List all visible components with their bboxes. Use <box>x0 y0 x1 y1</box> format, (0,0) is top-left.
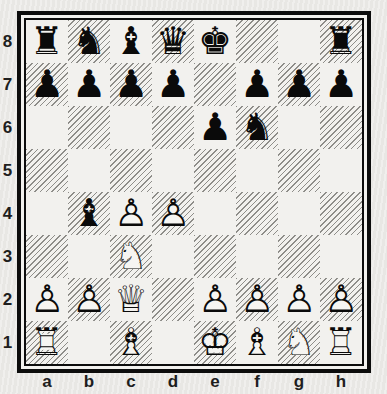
piece-black-queen: ♛ <box>156 20 190 63</box>
square-g1: ♞♘ <box>278 321 320 364</box>
piece-black-bishop: ♝ <box>72 192 106 235</box>
square-a7: ♟ <box>26 63 68 106</box>
piece-black-king: ♚ <box>198 20 232 63</box>
piece-white-pawn: ♟♙ <box>156 192 190 235</box>
piece-white-rook: ♜♖ <box>30 321 64 364</box>
piece-black-knight: ♞ <box>72 20 106 63</box>
square-a3 <box>26 235 68 278</box>
rank-label-6: 6 <box>0 106 15 149</box>
piece-white-pawn: ♟♙ <box>30 278 64 321</box>
piece-outline-glyph: ♔ <box>198 320 232 364</box>
square-h5 <box>320 149 362 192</box>
piece-black-bishop: ♝ <box>114 20 148 63</box>
square-f7: ♟ <box>236 63 278 106</box>
square-c4: ♟♙ <box>110 192 152 235</box>
rank-label-5: 5 <box>0 149 15 192</box>
file-label-b: b <box>68 371 110 393</box>
piece-black-pawn: ♟ <box>324 63 358 106</box>
piece-white-rook: ♜♖ <box>324 321 358 364</box>
square-b6 <box>68 106 110 149</box>
square-b7: ♟ <box>68 63 110 106</box>
square-e1: ♚♔ <box>194 321 236 364</box>
rank-label-2: 2 <box>0 278 15 321</box>
square-e4 <box>194 192 236 235</box>
piece-outline-glyph: ♘ <box>282 320 316 364</box>
file-label-a: a <box>26 371 68 393</box>
file-label-d: d <box>152 371 194 393</box>
square-c3: ♞♘ <box>110 235 152 278</box>
square-d7: ♟ <box>152 63 194 106</box>
square-c8: ♝ <box>110 20 152 63</box>
square-f8 <box>236 20 278 63</box>
piece-outline-glyph: ♙ <box>324 277 358 321</box>
rank-label-3: 3 <box>0 235 15 278</box>
square-a1: ♜♖ <box>26 321 68 364</box>
square-b5 <box>68 149 110 192</box>
piece-outline-glyph: ♙ <box>198 277 232 321</box>
piece-white-bishop: ♝♗ <box>114 321 148 364</box>
board-grid: ♜♞♝♛♚♜♟♟♟♟♟♟♟♟♞♝♟♙♟♙♞♘♟♙♟♙♛♕♟♙♟♙♟♙♟♙♜♖♝♗… <box>26 20 362 364</box>
piece-outline-glyph: ♙ <box>72 277 106 321</box>
file-label-c: c <box>110 371 152 393</box>
piece-white-queen: ♛♕ <box>114 278 148 321</box>
square-g7: ♟ <box>278 63 320 106</box>
rank-labels: 87654321 <box>0 20 15 364</box>
file-label-f: f <box>236 371 278 393</box>
piece-black-pawn: ♟ <box>240 63 274 106</box>
square-a4 <box>26 192 68 235</box>
piece-outline-glyph: ♙ <box>114 191 148 235</box>
square-h1: ♜♖ <box>320 321 362 364</box>
piece-black-pawn: ♟ <box>114 63 148 106</box>
square-f3 <box>236 235 278 278</box>
piece-outline-glyph: ♕ <box>114 277 148 321</box>
piece-outline-glyph: ♙ <box>240 277 274 321</box>
piece-black-pawn: ♟ <box>156 63 190 106</box>
square-c1: ♝♗ <box>110 321 152 364</box>
piece-white-bishop: ♝♗ <box>240 321 274 364</box>
square-g4 <box>278 192 320 235</box>
square-h3 <box>320 235 362 278</box>
square-a5 <box>26 149 68 192</box>
square-d6 <box>152 106 194 149</box>
square-a6 <box>26 106 68 149</box>
piece-outline-glyph: ♗ <box>240 320 274 364</box>
file-label-e: e <box>194 371 236 393</box>
square-a2: ♟♙ <box>26 278 68 321</box>
square-f1: ♝♗ <box>236 321 278 364</box>
piece-black-pawn: ♟ <box>282 63 316 106</box>
square-b3 <box>68 235 110 278</box>
square-e8: ♚ <box>194 20 236 63</box>
square-d8: ♛ <box>152 20 194 63</box>
square-h8: ♜ <box>320 20 362 63</box>
piece-outline-glyph: ♙ <box>282 277 316 321</box>
piece-white-knight: ♞♘ <box>282 321 316 364</box>
square-c5 <box>110 149 152 192</box>
square-h4 <box>320 192 362 235</box>
piece-outline-glyph: ♙ <box>30 277 64 321</box>
square-g2: ♟♙ <box>278 278 320 321</box>
square-d3 <box>152 235 194 278</box>
board-inner-border: ♜♞♝♛♚♜♟♟♟♟♟♟♟♟♞♝♟♙♟♙♞♘♟♙♟♙♛♕♟♙♟♙♟♙♟♙♜♖♝♗… <box>24 18 364 366</box>
piece-black-knight: ♞ <box>240 106 274 149</box>
square-d5 <box>152 149 194 192</box>
square-e6: ♟ <box>194 106 236 149</box>
file-label-g: g <box>278 371 320 393</box>
square-g3 <box>278 235 320 278</box>
square-g6 <box>278 106 320 149</box>
square-e7 <box>194 63 236 106</box>
square-h2: ♟♙ <box>320 278 362 321</box>
square-f4 <box>236 192 278 235</box>
rank-label-1: 1 <box>0 321 15 364</box>
square-h7: ♟ <box>320 63 362 106</box>
square-b2: ♟♙ <box>68 278 110 321</box>
piece-white-pawn: ♟♙ <box>198 278 232 321</box>
piece-white-pawn: ♟♙ <box>324 278 358 321</box>
square-a8: ♜ <box>26 20 68 63</box>
piece-white-pawn: ♟♙ <box>282 278 316 321</box>
piece-outline-glyph: ♗ <box>114 320 148 364</box>
piece-outline-glyph: ♖ <box>324 320 358 364</box>
square-b4: ♝ <box>68 192 110 235</box>
square-g5 <box>278 149 320 192</box>
chess-board: ♜♞♝♛♚♜♟♟♟♟♟♟♟♟♞♝♟♙♟♙♞♘♟♙♟♙♛♕♟♙♟♙♟♙♟♙♜♖♝♗… <box>17 11 371 373</box>
piece-black-rook: ♜ <box>324 20 358 63</box>
square-b8: ♞ <box>68 20 110 63</box>
file-labels: abcdefgh <box>26 371 362 393</box>
piece-black-pawn: ♟ <box>198 106 232 149</box>
piece-black-rook: ♜ <box>30 20 64 63</box>
square-b1 <box>68 321 110 364</box>
rank-label-7: 7 <box>0 63 15 106</box>
piece-white-pawn: ♟♙ <box>114 192 148 235</box>
piece-white-king: ♚♔ <box>198 321 232 364</box>
piece-outline-glyph: ♙ <box>156 191 190 235</box>
square-d2 <box>152 278 194 321</box>
piece-white-pawn: ♟♙ <box>240 278 274 321</box>
square-c7: ♟ <box>110 63 152 106</box>
piece-outline-glyph: ♖ <box>30 320 64 364</box>
chess-diagram: 87654321 ♜♞♝♛♚♜♟♟♟♟♟♟♟♟♞♝♟♙♟♙♞♘♟♙♟♙♛♕♟♙♟… <box>0 0 387 394</box>
square-f5 <box>236 149 278 192</box>
square-e3 <box>194 235 236 278</box>
square-f6: ♞ <box>236 106 278 149</box>
rank-label-8: 8 <box>0 20 15 63</box>
piece-white-knight: ♞♘ <box>114 235 148 278</box>
square-d4: ♟♙ <box>152 192 194 235</box>
file-label-h: h <box>320 371 362 393</box>
square-g8 <box>278 20 320 63</box>
piece-outline-glyph: ♘ <box>114 234 148 278</box>
square-d1 <box>152 321 194 364</box>
square-e2: ♟♙ <box>194 278 236 321</box>
square-e5 <box>194 149 236 192</box>
square-h6 <box>320 106 362 149</box>
square-c6 <box>110 106 152 149</box>
piece-white-pawn: ♟♙ <box>72 278 106 321</box>
rank-label-4: 4 <box>0 192 15 235</box>
square-f2: ♟♙ <box>236 278 278 321</box>
piece-black-pawn: ♟ <box>72 63 106 106</box>
piece-black-pawn: ♟ <box>30 63 64 106</box>
square-c2: ♛♕ <box>110 278 152 321</box>
